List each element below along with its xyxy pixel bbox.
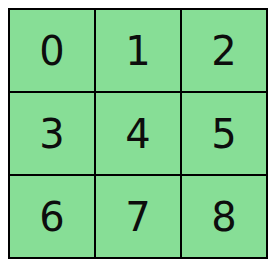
cell-1[interactable]: 1 — [96, 10, 180, 91]
cell-4-label: 4 — [125, 114, 150, 154]
board-container: 0 1 2 3 4 5 6 7 8 — [8, 8, 268, 259]
cell-8-label: 8 — [211, 197, 236, 237]
cell-7-label: 7 — [125, 197, 150, 237]
cell-0-label: 0 — [39, 31, 64, 71]
cell-0[interactable]: 0 — [10, 10, 94, 91]
cell-5-label: 5 — [211, 114, 236, 154]
cell-2[interactable]: 2 — [182, 10, 266, 91]
cell-3-label: 3 — [39, 114, 64, 154]
cell-1-label: 1 — [125, 31, 150, 71]
cell-4[interactable]: 4 — [96, 93, 180, 174]
cell-6-label: 6 — [39, 197, 64, 237]
board-grid: 0 1 2 3 4 5 6 7 8 — [8, 8, 268, 259]
cell-5[interactable]: 5 — [182, 93, 266, 174]
cell-7[interactable]: 7 — [96, 176, 180, 257]
cell-3[interactable]: 3 — [10, 93, 94, 174]
cell-2-label: 2 — [211, 31, 236, 71]
cell-8[interactable]: 8 — [182, 176, 266, 257]
cell-6[interactable]: 6 — [10, 176, 94, 257]
